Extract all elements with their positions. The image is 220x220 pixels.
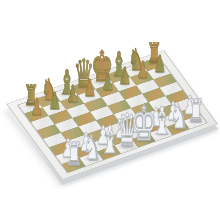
- piece-white-knight-b1[interactable]: ♞: [83, 130, 101, 164]
- piece-onyx-pawn-a7[interactable]: ♟: [31, 95, 44, 118]
- piece-white-knight-g1[interactable]: ♞: [170, 99, 188, 133]
- pieces-layer: ♜♞♝♛♚♝♞♜♟♟♟♟♟♟♟♟♟♟♟♟♟♟♟♟♜♞♝♛♚♝♞♜: [0, 0, 220, 220]
- piece-white-bishop-f1[interactable]: ♝: [151, 102, 171, 140]
- piece-white-rook-a1[interactable]: ♜: [66, 138, 83, 170]
- piece-onyx-pawn-c7[interactable]: ♟: [66, 83, 79, 106]
- piece-white-rook-h1[interactable]: ♜: [187, 95, 204, 127]
- piece-onyx-pawn-b7[interactable]: ♟: [49, 89, 62, 112]
- piece-onyx-pawn-h7[interactable]: ♟: [153, 53, 166, 76]
- piece-onyx-pawn-g7[interactable]: ♟: [136, 59, 149, 82]
- chess-set-photo: ♜♞♝♛♚♝♞♜♟♟♟♟♟♟♟♟♟♟♟♟♟♟♟♟♜♞♝♛♚♝♞♜: [0, 0, 220, 220]
- piece-onyx-pawn-d7[interactable]: ♟: [84, 77, 97, 100]
- piece-onyx-pawn-f7[interactable]: ♟: [119, 65, 132, 88]
- piece-onyx-pawn-e7[interactable]: ♟: [102, 71, 115, 94]
